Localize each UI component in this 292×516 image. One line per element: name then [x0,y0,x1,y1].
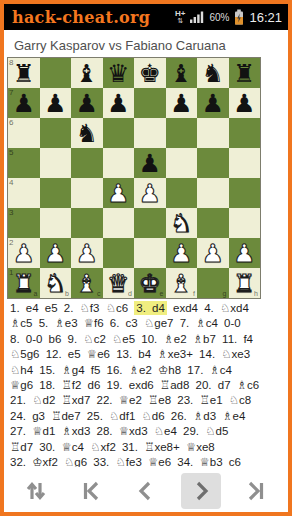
moves-line: ♗c5 5. ♗e3 ♕f6 6. c3 ♘ge7 7. ♗c4 0-0 [10,316,286,331]
piece-white-knight: ♞ [44,269,66,298]
square-g8[interactable]: ♞ [197,58,229,88]
square-a1[interactable]: 1a♜ [8,268,40,298]
square-b3[interactable] [40,208,72,238]
piece-white-pawn: ♟ [202,239,224,268]
move-list: 1. e4 e5 2. ♘f3 ♘c6 3. d4 exd4 4. ♘xd4 ♗… [10,301,286,467]
piece-black-pawn: ♟ [170,89,192,118]
square-c8[interactable]: ♝ [71,58,103,88]
square-f5[interactable] [166,148,198,178]
square-g7[interactable]: ♟ [197,88,229,118]
rank-label: 7 [9,88,13,97]
piece-white-pawn: ♟ [107,179,129,208]
square-h6[interactable] [229,118,261,148]
piece-black-knight: ♞ [76,119,98,148]
square-b8[interactable] [40,58,72,88]
piece-white-knight: ♞ [170,209,192,238]
piece-black-bishop: ♝ [170,59,192,88]
square-c7[interactable]: ♟ [71,88,103,118]
square-c5[interactable] [71,148,103,178]
square-f3[interactable]: ♞ [166,208,198,238]
file-label: b [65,290,69,298]
square-c2[interactable]: ♟ [71,238,103,268]
square-d2[interactable] [103,238,135,268]
square-f1[interactable]: f♝ [166,268,198,298]
square-g3[interactable] [197,208,229,238]
square-b4[interactable] [40,178,72,208]
file-label: d [128,290,132,298]
status-icons: H+ ⇅ 60% 16:21 [175,9,282,25]
square-e5[interactable]: ♟ [134,148,166,178]
square-c4[interactable] [71,178,103,208]
square-g5[interactable] [197,148,229,178]
piece-black-pawn: ♟ [44,89,66,118]
square-d8[interactable]: ♛ [103,58,135,88]
file-label: e [160,290,164,298]
moves-line: ♕g6 18. ♖f2 d6 19. exd6 ♖ad8 20. d7 ♗c6 [10,378,286,393]
chess-board: 8♜♝♛♚♝♞♜7♟♟♟♟♟♟♟6♞5♟4♟♟3♞2♟♟♟♟♟♟1a♜b♞c♝d… [7,57,261,299]
flip-board-icon [21,476,51,506]
piece-black-pawn: ♟ [139,149,161,178]
piece-black-bishop: ♝ [76,59,98,88]
square-e1[interactable]: e♚ [134,268,166,298]
battery-percent-label: 60% [209,12,229,23]
chevron-right-icon [186,476,216,506]
square-b5[interactable] [40,148,72,178]
piece-white-rook: ♜ [233,269,255,298]
square-h7[interactable]: ♟ [229,88,261,118]
piece-white-pawn: ♟ [233,239,255,268]
square-f7[interactable]: ♟ [166,88,198,118]
piece-black-pawn: ♟ [76,89,98,118]
square-f8[interactable]: ♝ [166,58,198,88]
rank-label: 6 [9,118,13,127]
piece-black-knight: ♞ [202,59,224,88]
app-window: hack-cheat.org H+ ⇅ 60% 16:21 Garry Kas [0,0,292,516]
square-b2[interactable]: ♟ [40,238,72,268]
playback-toolbar [4,470,288,512]
square-e6[interactable] [134,118,166,148]
piece-black-rook: ♜ [233,59,255,88]
square-h5[interactable] [229,148,261,178]
square-h8[interactable]: ♜ [229,58,261,88]
network-type-icon: H+ ⇅ [175,10,185,24]
square-d1[interactable]: d♛ [103,268,135,298]
watermark-site-label: hack-cheat.org [12,8,150,27]
flip-board-button[interactable] [16,473,56,509]
square-b6[interactable] [40,118,72,148]
square-f2[interactable]: ♟ [166,238,198,268]
chevron-left-icon [131,476,161,506]
square-g2[interactable]: ♟ [197,238,229,268]
square-d4[interactable]: ♟ [103,178,135,208]
signal-strength-icon [190,11,204,23]
square-h2[interactable]: ♟ [229,238,261,268]
rank-label: 1 [9,268,13,277]
square-e2[interactable] [134,238,166,268]
square-b7[interactable]: ♟ [40,88,72,118]
moves-line: 24. g3 ♖de7 25. ♘df1 ♘d6 26. ♗d3 ♗e4 [10,409,286,424]
square-b1[interactable]: b♞ [40,268,72,298]
last-move-button[interactable] [236,473,276,509]
piece-black-king: ♚ [139,59,161,88]
piece-white-pawn: ♟ [44,239,66,268]
square-a5[interactable]: 5 [8,148,40,178]
moves-line: ♘h4 15. ♗g4 f5 16. ♗e2 ♔h8 17. ♗c4 [10,363,286,378]
square-a6[interactable]: 6 [8,118,40,148]
first-move-button[interactable] [71,473,111,509]
square-h3[interactable] [229,208,261,238]
square-f6[interactable] [166,118,198,148]
moves-line: 27. ♕d1 ♗xd3 28. ♕xd3 ♘e4 29. ♘d5 [10,424,286,439]
square-a7[interactable]: 7♟ [8,88,40,118]
file-label: c [97,290,101,298]
piece-white-pawn: ♟ [139,179,161,208]
square-d5[interactable] [103,148,135,178]
square-e4[interactable]: ♟ [134,178,166,208]
square-h1[interactable]: h♜ [229,268,261,298]
piece-white-bishop: ♝ [76,269,98,298]
square-a8[interactable]: 8♜ [8,58,40,88]
piece-white-queen: ♛ [107,269,129,298]
piece-black-rook: ♜ [13,59,35,88]
square-e7[interactable] [134,88,166,118]
piece-black-pawn: ♟ [202,89,224,118]
square-g4[interactable] [197,178,229,208]
skip-to-end-icon [241,476,271,506]
square-c1[interactable]: c♝ [71,268,103,298]
moves-line: ♖d7 30. ♕c4 ♘xf2 31. ♖xe8+ ♕xe8 [10,440,286,455]
moves-line: 8. 0-0 b6 9. ♘c2 ♘e5 10. ♗e2 ♗b7 11. f4 [10,332,286,347]
rank-label: 4 [9,178,13,187]
square-c3[interactable] [71,208,103,238]
piece-white-king: ♚ [139,269,161,298]
skip-to-start-icon [76,476,106,506]
file-label: g [223,290,227,298]
file-label: f [193,290,195,298]
piece-white-bishop: ♝ [170,269,192,298]
moves-line: 32. ♔xf2 ♘g6 33. ♘fe3 ♕e6 34. ♕b3 c6 [10,455,286,467]
piece-white-pawn: ♟ [76,239,98,268]
status-bar: hack-cheat.org H+ ⇅ 60% 16:21 [4,4,288,30]
square-a2[interactable]: 2♟ [8,238,40,268]
square-c6[interactable]: ♞ [71,118,103,148]
piece-black-pawn: ♟ [233,89,255,118]
square-d6[interactable] [103,118,135,148]
piece-white-pawn: ♟ [13,239,35,268]
square-d7[interactable]: ♟ [103,88,135,118]
moves-line: 21. ♘d2 ♖xd7 22. ♕e2 ♖e8 23. ♖e1 ♘c8 [10,393,286,408]
rank-label: 5 [9,148,13,157]
square-a4[interactable]: 4 [8,178,40,208]
square-g6[interactable] [197,118,229,148]
rank-label: 2 [9,238,13,247]
moves-line: 1. e4 e5 2. ♘f3 ♘c6 3. d4 exd4 4. ♘xd4 [10,301,286,316]
file-label: h [254,290,258,298]
clock-label: 16:21 [249,10,282,25]
next-move-button[interactable] [181,473,221,509]
square-e8[interactable]: ♚ [134,58,166,88]
moves-line: ♘5g6 12. e5 ♕e6 13. b4 ♗xe3+ 14. ♘xe3 [10,347,286,362]
piece-white-pawn: ♟ [170,239,192,268]
piece-black-pawn: ♟ [13,89,35,118]
current-move-highlight[interactable]: 3. d4 [134,301,167,315]
file-label: a [34,290,38,298]
square-a3[interactable]: 3 [8,208,40,238]
piece-black-pawn: ♟ [107,89,129,118]
piece-white-rook: ♜ [13,269,35,298]
battery-charging-icon [234,9,244,25]
square-g1[interactable]: g [197,268,229,298]
rank-label: 3 [9,208,13,217]
square-e3[interactable] [134,208,166,238]
rank-label: 8 [9,58,13,67]
square-h4[interactable] [229,178,261,208]
piece-black-queen: ♛ [107,59,129,88]
game-title: Garry Kasparov vs Fabiano Caruana [14,34,284,56]
square-d3[interactable] [103,208,135,238]
previous-move-button[interactable] [126,473,166,509]
square-f4[interactable] [166,178,198,208]
